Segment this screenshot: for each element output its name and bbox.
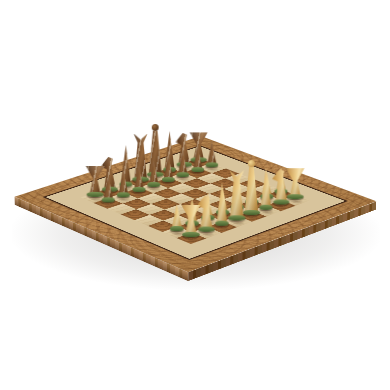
product-photo-stage: ♜♟♙♖♞♟♙♘♝♟♙♗♚♟♙♔♛♟♙♕♝♟♙♗♞♟♙♘♜♟♙♖ bbox=[0, 0, 390, 390]
square-a1: ♖ bbox=[176, 232, 206, 244]
piece-black-pawn: ♟ bbox=[190, 146, 205, 172]
playing-field: ♜♟♙♖♞♟♙♘♝♟♙♗♚♟♙♔♛♟♙♕♝♟♙♗♞♟♙♘♜♟♙♖ bbox=[81, 158, 310, 244]
piece-black-pawn: ♟ bbox=[146, 160, 161, 187]
piece-black-pawn: ♟ bbox=[101, 175, 116, 202]
piece-black-pawn: ♟ bbox=[204, 141, 218, 167]
piece-black-pawn: ♟ bbox=[131, 165, 146, 192]
piece-black-pawn: ♟ bbox=[116, 170, 131, 197]
piece-white-rook: ♖ bbox=[180, 205, 202, 237]
piece-black-pawn: ♟ bbox=[176, 151, 191, 177]
piece-black-pawn: ♟ bbox=[161, 155, 176, 182]
